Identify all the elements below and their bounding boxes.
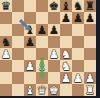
square-e3[interactable] (48, 60, 60, 72)
square-h1[interactable]: ♜ (84, 84, 96, 96)
piece-black-pawn[interactable]: ♟ (48, 24, 60, 36)
piece-black-queen[interactable]: ♛ (0, 0, 12, 12)
piece-white-king[interactable]: ♚ (48, 84, 60, 96)
piece-black-pawn[interactable]: ♟ (72, 12, 84, 24)
square-f7[interactable]: ♟ (60, 12, 72, 24)
piece-white-rook[interactable]: ♜ (84, 84, 96, 96)
piece-black-pawn[interactable]: ♟ (24, 36, 36, 48)
square-g2[interactable]: ♟ (72, 72, 84, 84)
square-c5[interactable]: ♟ (24, 36, 36, 48)
square-a7[interactable] (0, 12, 12, 24)
square-g4[interactable] (72, 48, 84, 60)
square-d8[interactable] (36, 0, 48, 12)
piece-black-king[interactable]: ♚ (48, 0, 60, 12)
square-c8[interactable] (24, 0, 36, 12)
square-h5[interactable] (84, 36, 96, 48)
piece-black-pawn[interactable]: ♟ (84, 12, 96, 24)
piece-white-pawn[interactable]: ♟ (60, 72, 72, 84)
square-a4[interactable]: ♟ (0, 48, 12, 60)
square-b1[interactable] (12, 84, 24, 96)
square-f2[interactable]: ♟ (60, 72, 72, 84)
square-g5[interactable] (72, 36, 84, 48)
square-g1[interactable] (72, 84, 84, 96)
square-d3[interactable]: ♝ (36, 60, 48, 72)
square-g6[interactable] (72, 24, 84, 36)
square-b3[interactable] (12, 60, 24, 72)
piece-white-pawn[interactable]: ♟ (24, 60, 36, 72)
square-g7[interactable]: ♟ (72, 12, 84, 24)
square-d6[interactable]: ♟ (36, 24, 48, 36)
square-f6[interactable] (60, 24, 72, 36)
square-c1[interactable]: ♝ (24, 84, 36, 96)
square-b5[interactable] (12, 36, 24, 48)
square-d5[interactable] (36, 36, 48, 48)
square-c3[interactable]: ♟ (24, 60, 36, 72)
square-b6[interactable] (12, 24, 24, 36)
piece-black-pawn[interactable]: ♟ (60, 12, 72, 24)
square-a8[interactable]: ♛ (0, 0, 12, 12)
square-a1[interactable] (0, 84, 12, 96)
square-e8[interactable]: ♚ (48, 0, 60, 12)
piece-black-pawn[interactable]: ♟ (36, 24, 48, 36)
square-b8[interactable] (12, 0, 24, 12)
piece-white-pawn[interactable]: ♟ (0, 48, 12, 60)
board-frame: ♛♚♝♞♜♟♟♟♝♟♟♞♟♟♟♞♟♝♞♟♟♟♝♛♚♜ (0, 0, 100, 98)
piece-white-pawn[interactable]: ♟ (48, 48, 60, 60)
square-e6[interactable]: ♟ (48, 24, 60, 36)
square-h4[interactable] (84, 48, 96, 60)
square-a3[interactable] (0, 60, 12, 72)
piece-white-bishop[interactable]: ♝ (36, 60, 48, 72)
square-a2[interactable] (0, 72, 12, 84)
square-b2[interactable] (12, 72, 24, 84)
square-h7[interactable]: ♟ (84, 12, 96, 24)
square-b7[interactable] (12, 12, 24, 24)
square-b4[interactable] (12, 48, 24, 60)
piece-white-queen[interactable]: ♛ (36, 84, 48, 96)
piece-white-bishop[interactable]: ♝ (24, 84, 36, 96)
piece-white-pawn[interactable]: ♟ (72, 72, 84, 84)
square-h6[interactable] (84, 24, 96, 36)
square-f1[interactable] (60, 84, 72, 96)
square-d1[interactable]: ♛ (36, 84, 48, 96)
chess-board[interactable]: ♛♚♝♞♜♟♟♟♝♟♟♞♟♟♟♞♟♝♞♟♟♟♝♛♚♜ (0, 0, 96, 96)
square-e4[interactable]: ♟ (48, 48, 60, 60)
square-e1[interactable]: ♚ (48, 84, 60, 96)
